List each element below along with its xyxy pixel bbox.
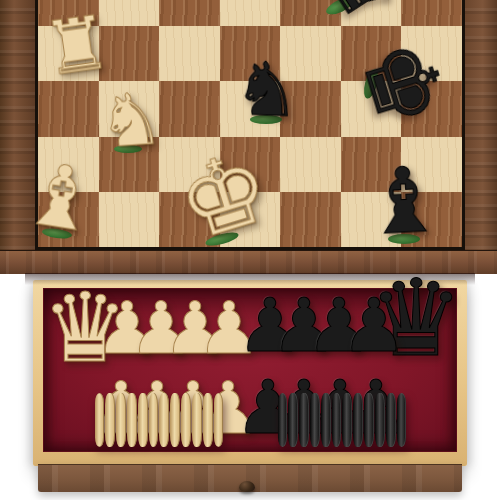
checker-disc-white: [192, 393, 202, 447]
checker-disc-white: [170, 393, 180, 447]
checker-disc-black: [332, 393, 342, 447]
checker-disc-white: [105, 393, 115, 447]
drawer-knob: [239, 481, 255, 492]
checker-disc-white: [203, 393, 213, 447]
checker-disc-black: [386, 393, 396, 447]
checker-disc-white: [159, 393, 169, 447]
checker-disc-black: [364, 393, 374, 447]
checker-disc-black: [397, 393, 407, 447]
checker-disc-white: [149, 393, 159, 447]
checker-disc-black: [278, 393, 288, 447]
checker-disc-white: [214, 393, 224, 447]
checker-disc-white: [138, 393, 148, 447]
checker-disc-black: [375, 393, 385, 447]
checkers-stack-black: [277, 393, 407, 447]
checkers-stack-white: [94, 393, 224, 447]
checker-disc-white: [127, 393, 137, 447]
checker-disc-black: [288, 393, 298, 447]
checker-disc-black: [310, 393, 320, 447]
checker-disc-black: [342, 393, 352, 447]
checker-disc-white: [116, 393, 126, 447]
drawer-piece-layer: ♛♛♟♟♟♟♟♟♟♟♟♟♟♟♟♟♟♟: [0, 0, 500, 500]
black-pawn: ♟: [341, 288, 407, 362]
checker-disc-black: [353, 393, 363, 447]
checker-disc-white: [95, 393, 105, 447]
checker-disc-black: [299, 393, 309, 447]
product-photo-chess-set: ♛♜♞♚♞♝♚♝ ♛♛♟♟♟♟♟♟♟♟♟♟♟♟♟♟♟♟: [0, 0, 500, 500]
checker-disc-black: [321, 393, 331, 447]
checker-disc-white: [181, 393, 191, 447]
